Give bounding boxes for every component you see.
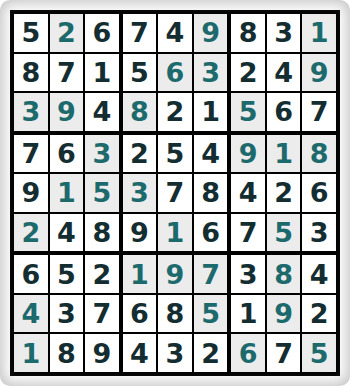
cell-r5c8[interactable]: 2: [267, 174, 301, 212]
sudoku-board: 5268713947495638218312495677639152482543…: [10, 10, 340, 376]
cell-r8c2[interactable]: 3: [50, 295, 84, 333]
cell-r7c2[interactable]: 5: [50, 255, 84, 293]
cell-r3c8[interactable]: 6: [267, 93, 301, 131]
cell-r8c8[interactable]: 9: [267, 295, 301, 333]
cell-r7c1[interactable]: 6: [14, 255, 48, 293]
cell-r8c4[interactable]: 6: [123, 295, 157, 333]
cell-r9c5[interactable]: 3: [158, 334, 192, 372]
cell-r1c5[interactable]: 4: [158, 14, 192, 52]
sudoku-box-r2c3: 918426753: [231, 135, 336, 252]
cell-r3c4[interactable]: 8: [123, 93, 157, 131]
cell-r1c1[interactable]: 5: [14, 14, 48, 52]
cell-r6c4[interactable]: 9: [123, 214, 157, 252]
cell-r1c9[interactable]: 1: [302, 14, 336, 52]
sudoku-box-r3c1: 652437189: [14, 255, 119, 372]
cell-r6c9[interactable]: 3: [302, 214, 336, 252]
sudoku-box-r3c2: 197685432: [123, 255, 228, 372]
cell-r7c5[interactable]: 9: [158, 255, 192, 293]
cell-r3c6[interactable]: 1: [194, 93, 228, 131]
cell-r1c7[interactable]: 8: [231, 14, 265, 52]
cell-r5c4[interactable]: 3: [123, 174, 157, 212]
cell-r2c6[interactable]: 3: [194, 54, 228, 92]
cell-r1c4[interactable]: 7: [123, 14, 157, 52]
sudoku-box-r1c1: 526871394: [14, 14, 119, 131]
sudoku-box-r3c3: 384192675: [231, 255, 336, 372]
cell-r7c8[interactable]: 8: [267, 255, 301, 293]
sudoku-image: 5268713947495638218312495677639152482543…: [0, 0, 350, 386]
cell-r4c8[interactable]: 1: [267, 135, 301, 173]
cell-r5c6[interactable]: 8: [194, 174, 228, 212]
cell-r6c2[interactable]: 4: [50, 214, 84, 252]
cell-r7c4[interactable]: 1: [123, 255, 157, 293]
cell-r8c1[interactable]: 4: [14, 295, 48, 333]
cell-r5c5[interactable]: 7: [158, 174, 192, 212]
cell-r5c3[interactable]: 5: [85, 174, 119, 212]
cell-r6c6[interactable]: 6: [194, 214, 228, 252]
cell-r2c9[interactable]: 9: [302, 54, 336, 92]
cell-r1c6[interactable]: 9: [194, 14, 228, 52]
cell-r9c4[interactable]: 4: [123, 334, 157, 372]
cell-r1c2[interactable]: 2: [50, 14, 84, 52]
cell-r2c5[interactable]: 6: [158, 54, 192, 92]
cell-r3c2[interactable]: 9: [50, 93, 84, 131]
cell-r9c2[interactable]: 8: [50, 334, 84, 372]
sudoku-box-r2c1: 763915248: [14, 135, 119, 252]
cell-r2c3[interactable]: 1: [85, 54, 119, 92]
cell-r2c7[interactable]: 2: [231, 54, 265, 92]
cell-r5c9[interactable]: 6: [302, 174, 336, 212]
cell-r9c8[interactable]: 7: [267, 334, 301, 372]
cell-r8c5[interactable]: 8: [158, 295, 192, 333]
cell-r8c3[interactable]: 7: [85, 295, 119, 333]
cell-r7c3[interactable]: 2: [85, 255, 119, 293]
cell-r4c5[interactable]: 5: [158, 135, 192, 173]
cell-r9c1[interactable]: 1: [14, 334, 48, 372]
cell-r8c7[interactable]: 1: [231, 295, 265, 333]
cell-r6c8[interactable]: 5: [267, 214, 301, 252]
cell-r5c1[interactable]: 9: [14, 174, 48, 212]
cell-r4c1[interactable]: 7: [14, 135, 48, 173]
cell-r4c7[interactable]: 9: [231, 135, 265, 173]
cell-r9c9[interactable]: 5: [302, 334, 336, 372]
cell-r3c5[interactable]: 2: [158, 93, 192, 131]
cell-r4c9[interactable]: 8: [302, 135, 336, 173]
cell-r3c3[interactable]: 4: [85, 93, 119, 131]
cell-r8c9[interactable]: 2: [302, 295, 336, 333]
cell-r7c7[interactable]: 3: [231, 255, 265, 293]
cell-r3c7[interactable]: 5: [231, 93, 265, 131]
cell-r3c1[interactable]: 3: [14, 93, 48, 131]
cell-r4c3[interactable]: 3: [85, 135, 119, 173]
cell-r5c7[interactable]: 4: [231, 174, 265, 212]
cell-r9c6[interactable]: 2: [194, 334, 228, 372]
cell-r6c3[interactable]: 8: [85, 214, 119, 252]
cell-r2c4[interactable]: 5: [123, 54, 157, 92]
sudoku-box-r1c3: 831249567: [231, 14, 336, 131]
cell-r6c1[interactable]: 2: [14, 214, 48, 252]
cell-r2c1[interactable]: 8: [14, 54, 48, 92]
cell-r9c7[interactable]: 6: [231, 334, 265, 372]
sudoku-box-r2c2: 254378916: [123, 135, 228, 252]
cell-r7c6[interactable]: 7: [194, 255, 228, 293]
cell-r4c6[interactable]: 4: [194, 135, 228, 173]
cell-r6c5[interactable]: 1: [158, 214, 192, 252]
cell-r4c4[interactable]: 2: [123, 135, 157, 173]
cell-r7c9[interactable]: 4: [302, 255, 336, 293]
sudoku-box-r1c2: 749563821: [123, 14, 228, 131]
cell-r1c8[interactable]: 3: [267, 14, 301, 52]
cell-r1c3[interactable]: 6: [85, 14, 119, 52]
cell-r4c2[interactable]: 6: [50, 135, 84, 173]
cell-r3c9[interactable]: 7: [302, 93, 336, 131]
cell-r6c7[interactable]: 7: [231, 214, 265, 252]
cell-r5c2[interactable]: 1: [50, 174, 84, 212]
cell-r2c8[interactable]: 4: [267, 54, 301, 92]
cell-r9c3[interactable]: 9: [85, 334, 119, 372]
cell-r2c2[interactable]: 7: [50, 54, 84, 92]
cell-r8c6[interactable]: 5: [194, 295, 228, 333]
